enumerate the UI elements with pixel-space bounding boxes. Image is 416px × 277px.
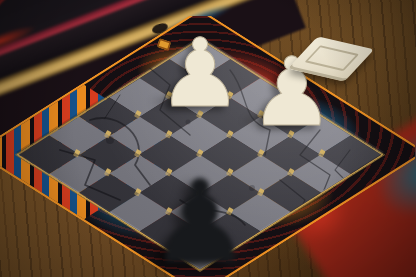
box-lid-art — [0, 0, 79, 54]
board-game-photo: ♟♟♟ — [0, 0, 416, 277]
tile-ridge — [304, 45, 359, 71]
white-pawn[interactable]: ♟ — [157, 26, 242, 121]
black-pawn[interactable]: ♟ — [148, 165, 251, 277]
